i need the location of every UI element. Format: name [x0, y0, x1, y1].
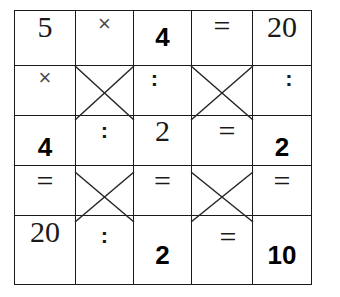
cell-value: : — [101, 120, 108, 142]
cell-r2c3-divide-sign: : — [134, 66, 192, 116]
cross-math-board: 5×4=20×::4:2=2===20:2=10 — [14, 10, 312, 285]
cell-r2c2-blocked — [76, 66, 134, 116]
cell-r2c5-divide-sign: : — [253, 66, 311, 116]
cell-value: 20 — [30, 217, 60, 247]
cell-r1c5-number-20: 20 — [253, 11, 311, 66]
cell-value: × — [98, 13, 111, 35]
cell-r1c3-answer-4: 4 — [134, 11, 192, 66]
cell-value: = — [274, 166, 291, 196]
cell-value: 2 — [275, 134, 289, 160]
cell-value: 2 — [155, 116, 170, 146]
cross-out-icon — [191, 172, 253, 222]
cell-r2c4-blocked — [192, 66, 253, 116]
cell-value: : — [285, 68, 292, 90]
cross-out-icon — [191, 66, 253, 120]
cell-value: = — [219, 116, 236, 146]
cell-value: 5 — [38, 12, 53, 42]
cell-value: 4 — [38, 134, 52, 160]
cell-r5c1-number-20: 20 — [15, 216, 76, 284]
cell-r4c4-blocked — [192, 166, 253, 216]
cell-value: = — [37, 166, 54, 196]
cell-value: 20 — [267, 12, 297, 42]
cell-r1c4-equals-sign: = — [192, 11, 253, 66]
cell-value: : — [151, 68, 158, 90]
cell-r1c2-multiply-sign: × — [76, 11, 134, 66]
cell-value: = — [220, 222, 237, 252]
cell-r1c1-number-5: 5 — [15, 11, 76, 66]
cell-r3c3-number-2: 2 — [134, 116, 192, 166]
cell-r5c2-divide-sign: : — [76, 216, 134, 284]
cell-value: 2 — [155, 242, 169, 268]
cell-r3c1-answer-4: 4 — [15, 116, 76, 166]
cell-value: : — [101, 225, 108, 247]
cell-r3c4-equals-sign: = — [192, 116, 253, 166]
cell-r5c3-answer-2: 2 — [134, 216, 192, 284]
cross-out-icon — [75, 66, 134, 120]
cross-out-icon — [75, 172, 134, 222]
cell-r5c4-equals-sign: = — [192, 216, 253, 284]
cell-value: × — [39, 67, 52, 89]
cell-value: 4 — [155, 24, 169, 50]
cell-value: = — [154, 166, 171, 196]
cell-r3c5-answer-2: 2 — [253, 116, 311, 166]
cell-r3c2-divide-sign: : — [76, 116, 134, 166]
cell-r2c1-multiply-sign: × — [15, 66, 76, 116]
cell-r4c3-equals-sign: = — [134, 166, 192, 216]
cell-r4c1-equals-sign: = — [15, 166, 76, 216]
cell-r4c5-equals-sign: = — [253, 166, 311, 216]
cell-r4c2-blocked — [76, 166, 134, 216]
cell-value: 10 — [268, 242, 297, 268]
cell-value: = — [214, 11, 231, 41]
cell-r5c5-answer-10: 10 — [253, 216, 311, 284]
